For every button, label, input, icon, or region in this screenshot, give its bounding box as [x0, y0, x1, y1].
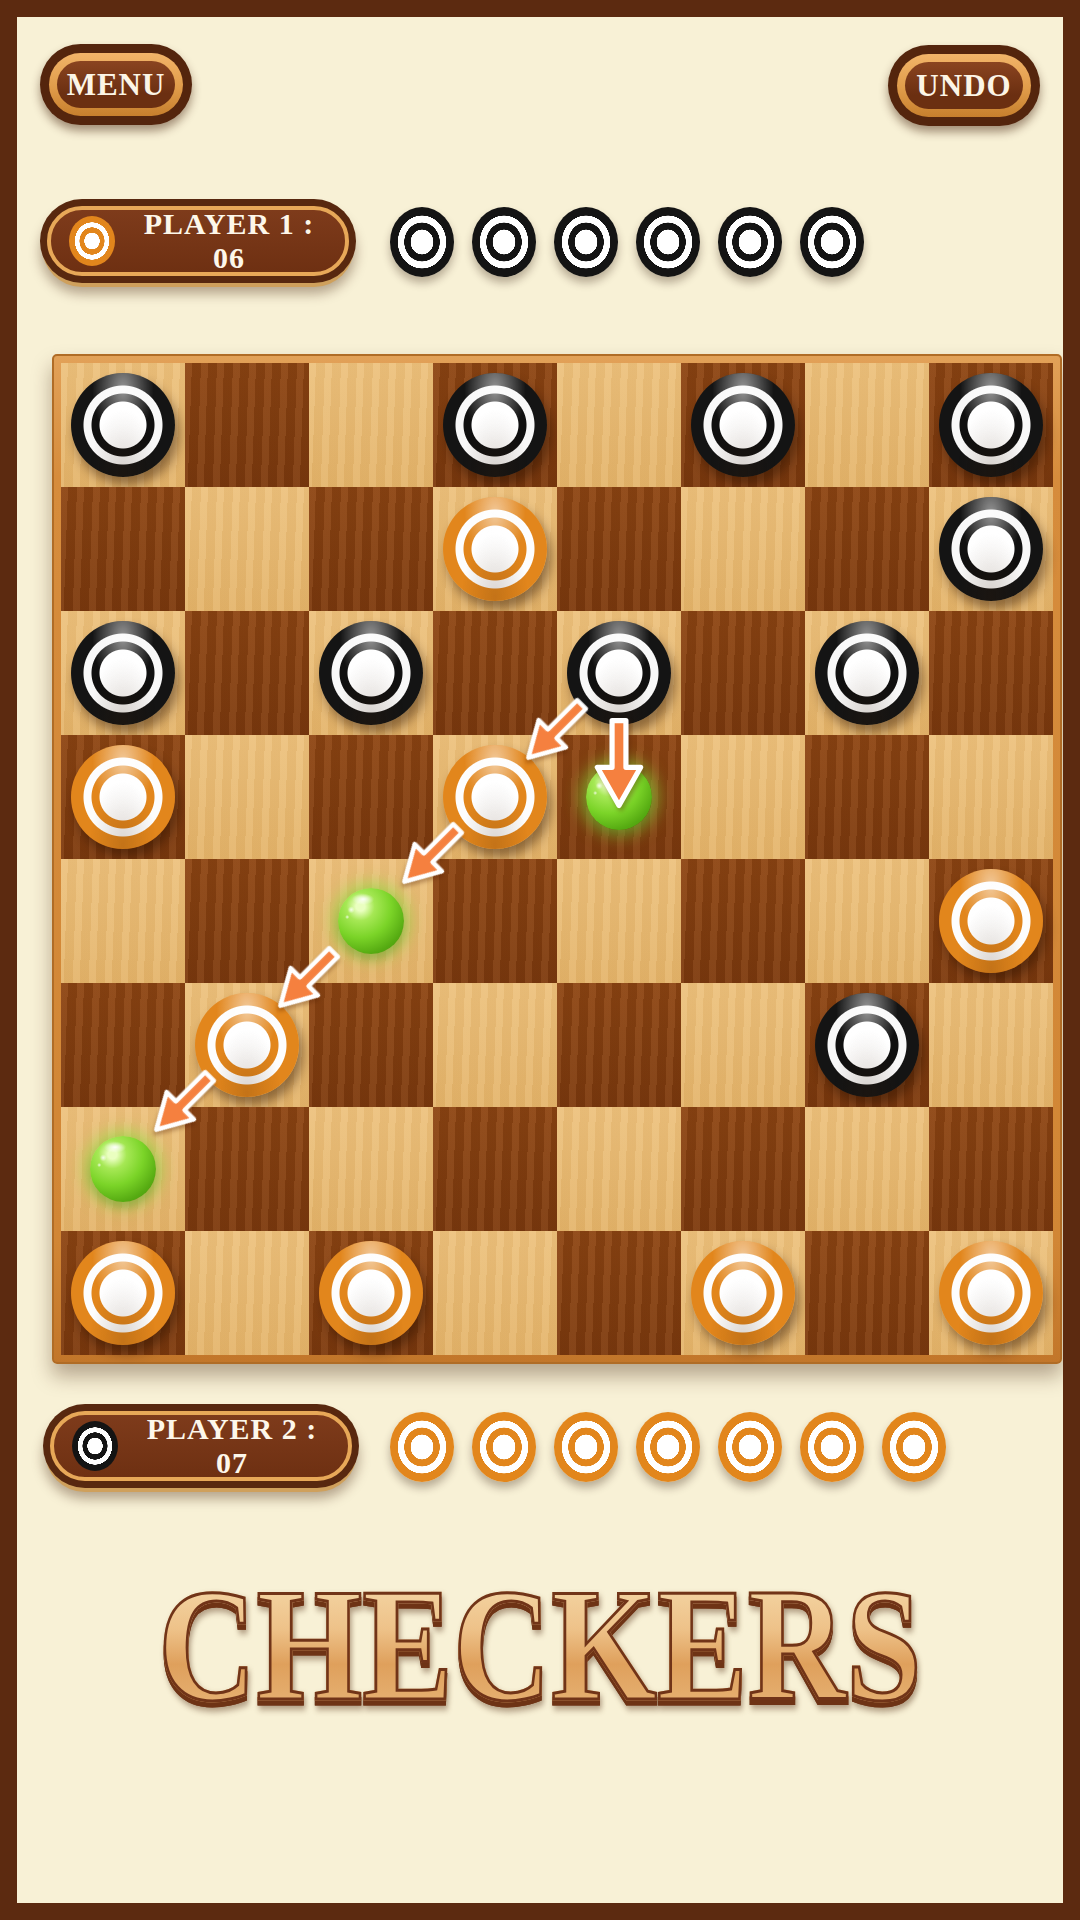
- square-r0c1[interactable]: [185, 363, 309, 487]
- menu-button-ring: MENU: [49, 53, 183, 116]
- square-r4c3[interactable]: [433, 859, 557, 983]
- square-r2c0[interactable]: [61, 611, 185, 735]
- square-r7c0[interactable]: [61, 1231, 185, 1355]
- captured-checker: [800, 1412, 864, 1482]
- player1-piece[interactable]: [443, 373, 547, 477]
- square-r3c6[interactable]: [805, 735, 929, 859]
- player2-badge-inner: PLAYER 2 : 07: [50, 1411, 352, 1481]
- square-r2c2[interactable]: [309, 611, 433, 735]
- captured-checker: [554, 207, 618, 277]
- captured-checker: [390, 1412, 454, 1482]
- square-r7c6[interactable]: [805, 1231, 929, 1355]
- player1-piece[interactable]: [71, 621, 175, 725]
- undo-button-label: UNDO: [916, 68, 1011, 104]
- square-r1c4[interactable]: [557, 487, 681, 611]
- square-r6c4[interactable]: [557, 1107, 681, 1231]
- square-r5c5[interactable]: [681, 983, 805, 1107]
- player2-piece[interactable]: [71, 745, 175, 849]
- menu-button[interactable]: MENU: [40, 44, 192, 125]
- player2-checker-icon: [72, 1421, 118, 1471]
- square-r7c3[interactable]: [433, 1231, 557, 1355]
- player1-captured-tray: [390, 207, 864, 277]
- menu-button-core: MENU: [57, 61, 175, 108]
- square-r3c7[interactable]: [929, 735, 1053, 859]
- square-r2c6[interactable]: [805, 611, 929, 735]
- square-r0c7[interactable]: [929, 363, 1053, 487]
- player1-piece[interactable]: [815, 621, 919, 725]
- checkers-board: [61, 363, 1053, 1355]
- player1-piece[interactable]: [691, 373, 795, 477]
- player2-captured-tray: [390, 1412, 946, 1482]
- square-r4c4[interactable]: [557, 859, 681, 983]
- square-r1c1[interactable]: [185, 487, 309, 611]
- square-r7c5[interactable]: [681, 1231, 805, 1355]
- captured-checker: [472, 1412, 536, 1482]
- undo-button[interactable]: UNDO: [888, 45, 1040, 126]
- square-r6c3[interactable]: [433, 1107, 557, 1231]
- square-r6c7[interactable]: [929, 1107, 1053, 1231]
- player1-piece[interactable]: [319, 621, 423, 725]
- player2-piece[interactable]: [691, 1241, 795, 1345]
- app-screen: MENU UNDO PLAYER 1 : 06 PLAYER 2 : 07 CH…: [0, 0, 1080, 1920]
- square-r3c0[interactable]: [61, 735, 185, 859]
- square-r3c1[interactable]: [185, 735, 309, 859]
- square-r5c3[interactable]: [433, 983, 557, 1107]
- player1-checker-icon: [69, 216, 115, 266]
- square-r0c2[interactable]: [309, 363, 433, 487]
- player1-score-label: PLAYER 1 : 06: [131, 207, 327, 275]
- square-r0c5[interactable]: [681, 363, 805, 487]
- undo-button-core: UNDO: [905, 62, 1023, 109]
- captured-checker: [472, 207, 536, 277]
- hint-arrow-down-icon: [593, 708, 645, 818]
- square-r4c5[interactable]: [681, 859, 805, 983]
- captured-checker: [718, 207, 782, 277]
- captured-checker: [554, 1412, 618, 1482]
- square-r6c6[interactable]: [805, 1107, 929, 1231]
- player1-piece[interactable]: [939, 373, 1043, 477]
- player1-badge-inner: PLAYER 1 : 06: [47, 206, 349, 276]
- player2-piece[interactable]: [939, 869, 1043, 973]
- square-r2c5[interactable]: [681, 611, 805, 735]
- square-r2c7[interactable]: [929, 611, 1053, 735]
- captured-checker: [718, 1412, 782, 1482]
- square-r6c5[interactable]: [681, 1107, 805, 1231]
- square-r0c3[interactable]: [433, 363, 557, 487]
- move-hint-ball[interactable]: [338, 888, 404, 954]
- player1-badge: PLAYER 1 : 06: [40, 199, 356, 283]
- square-r1c7[interactable]: [929, 487, 1053, 611]
- captured-checker: [882, 1412, 946, 1482]
- menu-button-label: MENU: [67, 67, 166, 103]
- square-r5c7[interactable]: [929, 983, 1053, 1107]
- square-r1c5[interactable]: [681, 487, 805, 611]
- player1-piece[interactable]: [939, 497, 1043, 601]
- square-r7c2[interactable]: [309, 1231, 433, 1355]
- player2-score-label: PLAYER 2 : 07: [134, 1412, 330, 1480]
- square-r1c3[interactable]: [433, 487, 557, 611]
- checkers-board-frame: [52, 354, 1062, 1364]
- player2-badge: PLAYER 2 : 07: [43, 1404, 359, 1488]
- player2-piece[interactable]: [319, 1241, 423, 1345]
- square-r0c0[interactable]: [61, 363, 185, 487]
- player2-piece[interactable]: [71, 1241, 175, 1345]
- square-r7c1[interactable]: [185, 1231, 309, 1355]
- move-hint-ball[interactable]: [90, 1136, 156, 1202]
- square-r7c7[interactable]: [929, 1231, 1053, 1355]
- square-r5c4[interactable]: [557, 983, 681, 1107]
- square-r7c4[interactable]: [557, 1231, 681, 1355]
- square-r1c6[interactable]: [805, 487, 929, 611]
- captured-checker: [390, 207, 454, 277]
- square-r1c2[interactable]: [309, 487, 433, 611]
- player2-piece[interactable]: [939, 1241, 1043, 1345]
- square-r5c2[interactable]: [309, 983, 433, 1107]
- square-r0c4[interactable]: [557, 363, 681, 487]
- captured-checker: [636, 207, 700, 277]
- square-r6c1[interactable]: [185, 1107, 309, 1231]
- square-r4c0[interactable]: [61, 859, 185, 983]
- game-title: CHECKERS: [95, 1565, 984, 1725]
- square-r3c5[interactable]: [681, 735, 805, 859]
- player1-piece[interactable]: [71, 373, 175, 477]
- square-r4c6[interactable]: [805, 859, 929, 983]
- player1-piece[interactable]: [815, 993, 919, 1097]
- captured-checker: [800, 207, 864, 277]
- player2-piece[interactable]: [443, 497, 547, 601]
- square-r0c6[interactable]: [805, 363, 929, 487]
- square-r6c2[interactable]: [309, 1107, 433, 1231]
- square-r2c1[interactable]: [185, 611, 309, 735]
- square-r5c6[interactable]: [805, 983, 929, 1107]
- undo-button-ring: UNDO: [897, 54, 1031, 117]
- captured-checker: [636, 1412, 700, 1482]
- square-r4c7[interactable]: [929, 859, 1053, 983]
- square-r1c0[interactable]: [61, 487, 185, 611]
